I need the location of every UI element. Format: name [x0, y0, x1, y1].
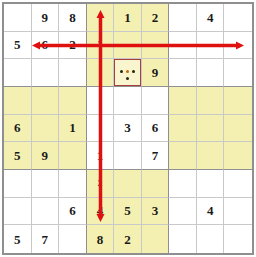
cell-r1c7[interactable] — [169, 4, 197, 32]
cell-r4c7[interactable] — [169, 87, 197, 115]
cell-r6c7[interactable] — [169, 142, 197, 170]
cell-r6c6[interactable]: 7 — [142, 142, 170, 170]
cell-r1c4[interactable] — [87, 4, 115, 32]
cell-r2c5[interactable] — [114, 32, 142, 60]
cell-r6c1[interactable]: 5 — [4, 142, 32, 170]
cell-r5c2[interactable] — [32, 115, 60, 143]
cell-r4c6[interactable] — [142, 87, 170, 115]
given-digit: 9 — [42, 11, 49, 24]
given-digit: 3 — [124, 121, 131, 134]
cell-r3c2[interactable] — [32, 59, 60, 87]
given-digit: 3 — [152, 204, 159, 217]
given-digit: 6 — [152, 121, 159, 134]
cell-r7c9[interactable] — [224, 170, 252, 198]
cell-r4c9[interactable] — [224, 87, 252, 115]
cell-r8c3[interactable]: 6 — [59, 198, 87, 226]
small-entry-digit: 3 — [98, 40, 103, 49]
cell-r2c1[interactable]: 5 — [4, 32, 32, 60]
cell-r7c8[interactable] — [197, 170, 225, 198]
given-digit: 8 — [97, 233, 104, 246]
cell-r3c6[interactable]: 9 — [142, 59, 170, 87]
cell-r5c7[interactable] — [169, 115, 197, 143]
cell-r3c9[interactable] — [224, 59, 252, 87]
cell-r6c8[interactable] — [197, 142, 225, 170]
cell-r8c6[interactable]: 3 — [142, 198, 170, 226]
candidate-dot-middle-center — [126, 77, 129, 80]
cell-r5c4[interactable] — [87, 115, 115, 143]
cell-r2c2[interactable]: 6 — [32, 32, 60, 60]
given-digit: 1 — [69, 121, 76, 134]
cell-r2c4[interactable]: 3 — [87, 32, 115, 60]
given-digit: 4 — [207, 11, 214, 24]
given-digit: 6 — [14, 121, 21, 134]
cell-r4c3[interactable] — [59, 87, 87, 115]
cell-r7c5[interactable] — [114, 170, 142, 198]
cell-r7c2[interactable] — [32, 170, 60, 198]
cell-r2c6[interactable] — [142, 32, 170, 60]
cell-r5c6[interactable]: 6 — [142, 115, 170, 143]
cell-r1c3[interactable]: 8 — [59, 4, 87, 32]
given-digit: 4 — [97, 204, 104, 217]
cell-r9c4[interactable]: 8 — [87, 225, 115, 253]
cell-r1c6[interactable]: 2 — [142, 4, 170, 32]
cell-r2c8[interactable] — [197, 32, 225, 60]
cell-r5c3[interactable]: 1 — [59, 115, 87, 143]
cell-r3c8[interactable] — [197, 59, 225, 87]
sudoku-board: 9812456239613659172645345782 — [2, 2, 254, 255]
given-digit: 2 — [69, 38, 76, 51]
cell-r8c9[interactable] — [224, 198, 252, 226]
cell-r1c1[interactable] — [4, 4, 32, 32]
given-digit: 2 — [124, 233, 131, 246]
given-digit: 2 — [152, 11, 159, 24]
cell-r2c9[interactable] — [224, 32, 252, 60]
cell-r9c3[interactable] — [59, 225, 87, 253]
cell-r4c1[interactable] — [4, 87, 32, 115]
cell-r5c5[interactable]: 3 — [114, 115, 142, 143]
given-digit: 9 — [152, 66, 159, 79]
cell-r8c1[interactable] — [4, 198, 32, 226]
cell-r9c1[interactable]: 5 — [4, 225, 32, 253]
cell-r1c8[interactable]: 4 — [197, 4, 225, 32]
cell-r3c5[interactable] — [114, 59, 142, 87]
given-digit: 7 — [152, 149, 159, 162]
cell-r3c7[interactable] — [169, 59, 197, 87]
cell-r7c6[interactable] — [142, 170, 170, 198]
cell-r9c7[interactable] — [169, 225, 197, 253]
cell-r9c9[interactable] — [224, 225, 252, 253]
cell-r3c1[interactable] — [4, 59, 32, 87]
cell-r4c8[interactable] — [197, 87, 225, 115]
cell-r8c8[interactable]: 4 — [197, 198, 225, 226]
given-digit: 5 — [124, 204, 131, 217]
cell-r9c6[interactable] — [142, 225, 170, 253]
given-digit: 4 — [207, 204, 214, 217]
cell-r2c7[interactable] — [169, 32, 197, 60]
cell-r1c2[interactable]: 9 — [32, 4, 60, 32]
candidate-dot-top-middle — [126, 70, 129, 73]
cell-r6c5[interactable] — [114, 142, 142, 170]
cell-r6c2[interactable]: 9 — [32, 142, 60, 170]
cell-r3c4[interactable] — [87, 59, 115, 87]
cell-r5c1[interactable]: 6 — [4, 115, 32, 143]
cell-r7c7[interactable] — [169, 170, 197, 198]
cell-r4c2[interactable] — [32, 87, 60, 115]
cell-r8c7[interactable] — [169, 198, 197, 226]
given-digit: 5 — [14, 38, 21, 51]
given-digit: 7 — [42, 233, 49, 246]
given-digit: 6 — [69, 204, 76, 217]
cell-r1c9[interactable] — [224, 4, 252, 32]
given-digit: 9 — [42, 149, 49, 162]
candidate-dot-top-right — [132, 70, 135, 73]
cell-r9c5[interactable]: 2 — [114, 225, 142, 253]
cell-r7c1[interactable] — [4, 170, 32, 198]
cell-r8c2[interactable] — [32, 198, 60, 226]
given-digit: 8 — [69, 11, 76, 24]
cell-r6c3[interactable] — [59, 142, 87, 170]
cell-r8c4[interactable]: 4 — [87, 198, 115, 226]
small-entry-digit: 2 — [98, 179, 103, 188]
cell-r3c3[interactable] — [59, 59, 87, 87]
given-digit: 6 — [42, 38, 49, 51]
cell-r6c4[interactable]: 1 — [87, 142, 115, 170]
cell-r5c8[interactable] — [197, 115, 225, 143]
given-digit: 1 — [124, 11, 131, 24]
cell-r9c8[interactable] — [197, 225, 225, 253]
cell-r9c2[interactable]: 7 — [32, 225, 60, 253]
cell-r2c3[interactable]: 2 — [59, 32, 87, 60]
cell-r8c5[interactable]: 5 — [114, 198, 142, 226]
cell-r5c9[interactable] — [224, 115, 252, 143]
cell-r4c4[interactable] — [87, 87, 115, 115]
cell-r1c5[interactable]: 1 — [114, 4, 142, 32]
candidate-dot-top-left — [120, 70, 123, 73]
cell-r4c5[interactable] — [114, 87, 142, 115]
cell-r7c3[interactable] — [59, 170, 87, 198]
given-digit: 1 — [97, 149, 104, 162]
given-digit: 5 — [14, 233, 21, 246]
given-digit: 5 — [14, 149, 21, 162]
cell-r6c9[interactable] — [224, 142, 252, 170]
cell-r7c4[interactable]: 2 — [87, 170, 115, 198]
